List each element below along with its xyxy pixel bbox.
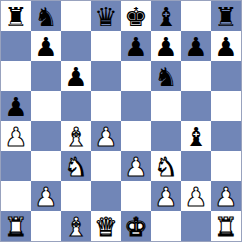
square-b1[interactable]	[31, 211, 61, 241]
square-c2[interactable]	[61, 181, 91, 211]
black-bishop: ♝	[184, 122, 207, 151]
square-e5[interactable]	[121, 91, 151, 121]
white-pawn: ♟	[184, 182, 207, 211]
square-f4[interactable]	[151, 121, 181, 151]
square-d1[interactable]: ♛	[91, 211, 121, 241]
square-d6[interactable]	[91, 61, 121, 91]
square-a6[interactable]	[1, 61, 31, 91]
white-pawn: ♟	[34, 182, 57, 211]
square-e3[interactable]: ♟	[121, 151, 151, 181]
square-h4[interactable]	[211, 121, 241, 151]
white-pawn: ♟	[4, 122, 27, 151]
square-h6[interactable]	[211, 61, 241, 91]
square-d8[interactable]: ♛	[91, 1, 121, 31]
square-e6[interactable]	[121, 61, 151, 91]
square-g7[interactable]: ♟	[181, 31, 211, 61]
white-pawn: ♟	[94, 122, 117, 151]
square-c4[interactable]: ♝	[61, 121, 91, 151]
square-d4[interactable]: ♟	[91, 121, 121, 151]
square-e1[interactable]: ♚	[121, 211, 151, 241]
square-a3[interactable]	[1, 151, 31, 181]
black-pawn: ♟	[64, 62, 87, 91]
square-e4[interactable]	[121, 121, 151, 151]
square-a4[interactable]: ♟	[1, 121, 31, 151]
black-pawn: ♟	[154, 32, 177, 61]
square-b2[interactable]: ♟	[31, 181, 61, 211]
black-rook: ♜	[4, 2, 27, 31]
square-g1[interactable]	[181, 211, 211, 241]
square-e2[interactable]	[121, 181, 151, 211]
square-a2[interactable]	[1, 181, 31, 211]
square-g3[interactable]	[181, 151, 211, 181]
white-pawn: ♟	[124, 152, 147, 181]
white-bishop: ♝	[64, 212, 87, 241]
white-queen: ♛	[94, 212, 117, 241]
square-b6[interactable]	[31, 61, 61, 91]
black-pawn: ♟	[214, 32, 237, 61]
black-queen: ♛	[94, 2, 117, 31]
square-c6[interactable]: ♟	[61, 61, 91, 91]
black-king: ♚	[124, 2, 147, 31]
square-a8[interactable]: ♜	[1, 1, 31, 31]
square-c3[interactable]: ♞	[61, 151, 91, 181]
black-knight: ♞	[34, 2, 57, 31]
square-a5[interactable]: ♟	[1, 91, 31, 121]
black-knight: ♞	[154, 62, 177, 91]
white-rook: ♜	[4, 212, 27, 241]
white-knight: ♞	[64, 152, 87, 181]
square-g2[interactable]: ♟	[181, 181, 211, 211]
square-d5[interactable]	[91, 91, 121, 121]
square-b5[interactable]	[31, 91, 61, 121]
white-knight: ♞	[154, 152, 177, 181]
square-a7[interactable]	[1, 31, 31, 61]
square-e7[interactable]: ♟	[121, 31, 151, 61]
black-rook: ♜	[214, 2, 237, 31]
black-pawn: ♟	[34, 32, 57, 61]
square-f7[interactable]: ♟	[151, 31, 181, 61]
square-d2[interactable]	[91, 181, 121, 211]
black-pawn: ♟	[184, 32, 207, 61]
square-b7[interactable]: ♟	[31, 31, 61, 61]
square-f6[interactable]: ♞	[151, 61, 181, 91]
square-f8[interactable]: ♝	[151, 1, 181, 31]
square-h3[interactable]	[211, 151, 241, 181]
square-b3[interactable]	[31, 151, 61, 181]
chess-board: ♜♞♛♚♝♜♟♟♟♟♟♟♞♟♟♝♟♝♞♟♞♟♟♟♟♜♝♛♚♜	[0, 0, 242, 242]
square-e8[interactable]: ♚	[121, 1, 151, 31]
square-h1[interactable]: ♜	[211, 211, 241, 241]
white-pawn: ♟	[214, 182, 237, 211]
square-f3[interactable]: ♞	[151, 151, 181, 181]
square-a1[interactable]: ♜	[1, 211, 31, 241]
square-c8[interactable]	[61, 1, 91, 31]
square-g5[interactable]	[181, 91, 211, 121]
square-h5[interactable]	[211, 91, 241, 121]
square-c5[interactable]	[61, 91, 91, 121]
square-c7[interactable]	[61, 31, 91, 61]
black-pawn: ♟	[124, 32, 147, 61]
square-g4[interactable]: ♝	[181, 121, 211, 151]
black-bishop: ♝	[154, 2, 177, 31]
square-g8[interactable]	[181, 1, 211, 31]
white-pawn: ♟	[154, 182, 177, 211]
square-c1[interactable]: ♝	[61, 211, 91, 241]
square-h8[interactable]: ♜	[211, 1, 241, 31]
white-bishop: ♝	[64, 122, 87, 151]
square-b8[interactable]: ♞	[31, 1, 61, 31]
square-f5[interactable]	[151, 91, 181, 121]
square-h7[interactable]: ♟	[211, 31, 241, 61]
square-b4[interactable]	[31, 121, 61, 151]
white-king: ♚	[124, 212, 147, 241]
square-g6[interactable]	[181, 61, 211, 91]
square-d7[interactable]	[91, 31, 121, 61]
white-rook: ♜	[214, 212, 237, 241]
square-f1[interactable]	[151, 211, 181, 241]
square-h2[interactable]: ♟	[211, 181, 241, 211]
black-pawn: ♟	[4, 92, 27, 121]
square-f2[interactable]: ♟	[151, 181, 181, 211]
square-d3[interactable]	[91, 151, 121, 181]
